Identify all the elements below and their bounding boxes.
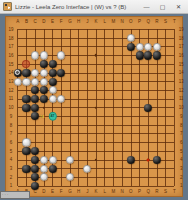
coord-label-left: 12 — [7, 88, 15, 93]
coord-label-top: A — [14, 19, 22, 24]
coord-label-left: 3 — [7, 166, 15, 171]
stone-E12[interactable] — [48, 86, 56, 94]
stone-D3[interactable] — [40, 164, 48, 172]
coord-label-bottom: L — [101, 189, 109, 194]
stone-A13[interactable] — [14, 77, 22, 85]
coord-label-top: D — [40, 19, 48, 24]
coord-label-top: G — [66, 19, 74, 24]
coord-label-right: 6 — [177, 140, 185, 145]
stone-D14[interactable] — [40, 69, 48, 77]
coord-label-left: 10 — [7, 105, 15, 110]
stone-B3[interactable] — [22, 164, 30, 172]
coord-label-right: 9 — [177, 114, 185, 119]
stone-B11[interactable] — [22, 95, 30, 103]
coord-label-top: L — [101, 19, 109, 24]
coord-label-left: 15 — [7, 62, 15, 67]
stone-C12[interactable] — [31, 86, 39, 94]
coord-label-top: J — [83, 19, 91, 24]
coord-label-right: 5 — [177, 149, 185, 154]
coord-label-right: 8 — [177, 123, 185, 128]
stone-E11[interactable] — [48, 95, 56, 103]
stone-B5[interactable] — [22, 147, 30, 155]
stone-E14[interactable] — [48, 69, 56, 77]
grid-hline — [18, 186, 175, 187]
grid-hline — [18, 133, 175, 134]
titlebar[interactable]: Lizzie - Leela Zero Interface | (W) vs ?… — [0, 0, 188, 14]
coord-label-bottom: E — [49, 189, 57, 194]
stone-D16[interactable] — [40, 51, 48, 59]
stone-R4[interactable] — [153, 156, 161, 164]
coord-label-left: 9 — [7, 114, 15, 119]
coord-label-bottom: Q — [144, 189, 152, 194]
grid-vline — [165, 29, 166, 186]
grid-vline — [113, 29, 114, 186]
stone-P16[interactable] — [135, 51, 143, 59]
app-icon — [3, 2, 12, 11]
stone-D2[interactable] — [40, 173, 48, 181]
stone-P17[interactable] — [135, 43, 143, 51]
stone-D13[interactable] — [40, 77, 48, 85]
grid-hline — [18, 142, 175, 143]
stone-E3[interactable] — [48, 164, 56, 172]
coord-label-bottom: H — [75, 189, 83, 194]
coord-label-bottom: F — [57, 189, 65, 194]
stone-Q16[interactable] — [144, 51, 152, 59]
coord-label-top: K — [92, 19, 100, 24]
coord-label-top: R — [153, 19, 161, 24]
stone-D15[interactable] — [40, 60, 48, 68]
grid-hline — [18, 125, 175, 126]
coord-label-top: O — [127, 19, 135, 24]
coord-label-right: 18 — [177, 36, 185, 41]
coord-label-bottom: K — [92, 189, 100, 194]
stone-B14[interactable] — [22, 69, 30, 77]
stone-F11[interactable] — [57, 95, 65, 103]
window-title: Lizzie - Leela Zero Interface | (W) vs ?… — [15, 4, 137, 10]
stone-C4[interactable] — [31, 156, 39, 164]
close-button[interactable]: ✕ — [172, 1, 185, 13]
stone-R16[interactable] — [153, 51, 161, 59]
stone-C14[interactable] — [31, 69, 39, 77]
stone-D4[interactable] — [40, 156, 48, 164]
coord-label-bottom: P — [136, 189, 144, 194]
status-box: · · · — [0, 191, 30, 199]
stone-C11[interactable] — [31, 95, 39, 103]
stone-O17[interactable] — [127, 43, 135, 51]
candidate-stats-text: 74 — [40, 114, 44, 119]
grid-vline — [104, 29, 105, 186]
stone-Q10[interactable] — [144, 103, 152, 111]
stone-B6[interactable] — [22, 138, 30, 146]
coord-label-top: F — [57, 19, 65, 24]
coord-label-right: 16 — [177, 53, 185, 58]
stone-C16[interactable] — [31, 51, 39, 59]
coord-label-right: 4 — [177, 157, 185, 162]
coord-label-left: 5 — [7, 149, 15, 154]
coord-label-bottom: D — [40, 189, 48, 194]
coord-label-left: 7 — [7, 131, 15, 136]
stone-C3[interactable] — [31, 164, 39, 172]
candidate-move-Q4[interactable] — [147, 158, 150, 161]
coord-label-right: 11 — [177, 96, 185, 101]
stone-O4[interactable] — [127, 156, 135, 164]
candidate-move-B15[interactable] — [22, 60, 30, 68]
stone-D11[interactable] — [40, 95, 48, 103]
coord-label-top: H — [75, 19, 83, 24]
coord-label-left: 18 — [7, 36, 15, 41]
stone-F16[interactable] — [57, 51, 65, 59]
stone-J3[interactable] — [83, 164, 91, 172]
coord-label-bottom: O — [127, 189, 135, 194]
stone-E15[interactable] — [48, 60, 56, 68]
coord-label-right: 7 — [177, 131, 185, 136]
minimize-button[interactable]: — — [140, 1, 153, 13]
stone-G2[interactable] — [66, 173, 74, 181]
stone-E13[interactable] — [48, 77, 56, 85]
stone-C2[interactable] — [31, 173, 39, 181]
stone-C5[interactable] — [31, 147, 39, 155]
coord-label-bottom: G — [66, 189, 74, 194]
stone-C9[interactable] — [31, 112, 39, 120]
stone-B13[interactable] — [22, 77, 30, 85]
grid-hline — [18, 151, 175, 152]
coord-label-left: 1 — [7, 183, 15, 188]
coord-label-bottom: R — [153, 189, 161, 194]
coord-label-top: S — [162, 19, 170, 24]
coord-label-top: M — [109, 19, 117, 24]
coord-label-left: 19 — [7, 27, 15, 32]
stone-Q17[interactable] — [144, 43, 152, 51]
coord-label-left: 16 — [7, 53, 15, 58]
candidate-move-E9[interactable]: 47 — [48, 112, 56, 120]
coord-label-right: 17 — [177, 44, 185, 49]
stone-G4[interactable] — [66, 156, 74, 164]
stone-C10[interactable] — [31, 103, 39, 111]
coord-label-right: 12 — [177, 88, 185, 93]
coord-label-right: 14 — [177, 70, 185, 75]
coord-label-left: 6 — [7, 140, 15, 145]
coord-label-left: 4 — [7, 157, 15, 162]
coord-label-right: 2 — [177, 175, 185, 180]
coord-label-bottom: M — [109, 189, 117, 194]
stone-C13[interactable] — [31, 77, 39, 85]
lizzie-window: { "window": { "title": "Lizzie - Leela Z… — [0, 0, 188, 200]
coord-label-bottom: N — [118, 189, 126, 194]
coord-label-right: 13 — [177, 79, 185, 84]
coord-label-right: 3 — [177, 166, 185, 171]
maximize-button[interactable]: ▢ — [156, 1, 169, 13]
coord-label-right: 1 — [177, 183, 185, 188]
coord-label-top: Q — [144, 19, 152, 24]
stone-B10[interactable] — [22, 103, 30, 111]
stone-E4[interactable] — [48, 156, 56, 164]
coord-label-left: 8 — [7, 123, 15, 128]
grid-vline — [122, 29, 123, 186]
grid-vline — [174, 29, 175, 186]
coord-label-top: E — [49, 19, 57, 24]
coord-label-bottom: S — [162, 189, 170, 194]
stone-O18[interactable] — [127, 34, 135, 42]
coord-label-top: B — [22, 19, 30, 24]
coord-label-bottom: J — [83, 189, 91, 194]
go-board[interactable]: AABBCCDDEEFFGGHHJJKKLLMMNNOOPPQQRRSSTT19… — [5, 16, 183, 197]
stone-R17[interactable] — [153, 43, 161, 51]
coord-label-top: T — [170, 19, 178, 24]
coord-label-top: C — [31, 19, 39, 24]
coord-label-right: 15 — [177, 62, 185, 67]
coord-label-left: 11 — [7, 96, 15, 101]
coord-label-left: 17 — [7, 44, 15, 49]
coord-label-left: 2 — [7, 175, 15, 180]
coord-label-top: P — [136, 19, 144, 24]
coord-label-right: 19 — [177, 27, 185, 32]
coord-label-right: 10 — [177, 105, 185, 110]
coord-label-top: N — [118, 19, 126, 24]
stone-A14[interactable] — [14, 69, 22, 77]
stone-D12[interactable] — [40, 86, 48, 94]
coord-label-bottom: T — [170, 189, 178, 194]
stone-F14[interactable] — [57, 69, 65, 77]
